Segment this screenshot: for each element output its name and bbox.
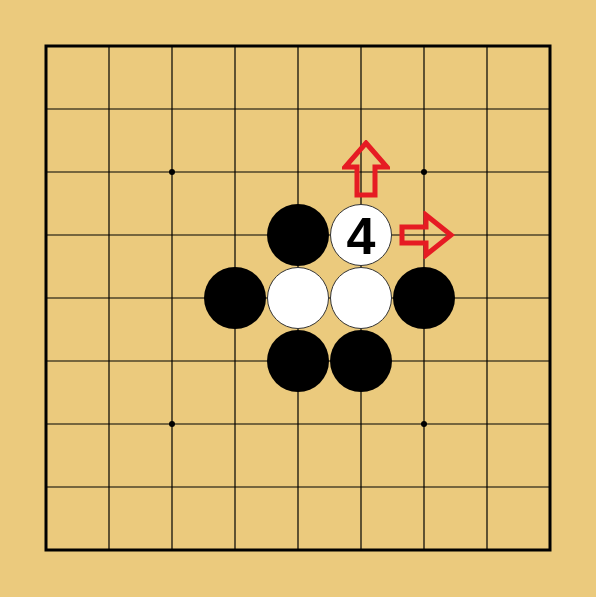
intersection[interactable]: [141, 141, 204, 204]
intersection[interactable]: [267, 78, 330, 141]
intersection[interactable]: [393, 393, 456, 456]
black-stone: [204, 267, 266, 329]
intersection[interactable]: [78, 456, 141, 519]
intersection[interactable]: [519, 519, 582, 582]
intersection[interactable]: [15, 204, 78, 267]
intersection[interactable]: [204, 393, 267, 456]
intersection[interactable]: [141, 267, 204, 330]
intersection[interactable]: [141, 204, 204, 267]
intersection[interactable]: [141, 15, 204, 78]
intersection[interactable]: [78, 78, 141, 141]
intersection[interactable]: 4: [330, 204, 393, 267]
intersection[interactable]: [15, 78, 78, 141]
intersection[interactable]: [204, 267, 267, 330]
intersection[interactable]: [204, 204, 267, 267]
right-arrow-icon: [399, 211, 455, 259]
black-stone: [393, 267, 455, 329]
intersection[interactable]: [519, 204, 582, 267]
intersection[interactable]: [393, 141, 456, 204]
intersection[interactable]: [15, 330, 78, 393]
intersection[interactable]: [456, 141, 519, 204]
intersection[interactable]: [204, 330, 267, 393]
intersection[interactable]: [456, 393, 519, 456]
intersection[interactable]: [393, 330, 456, 393]
intersection[interactable]: [204, 15, 267, 78]
intersection[interactable]: [330, 519, 393, 582]
intersection[interactable]: [330, 330, 393, 393]
intersection[interactable]: [330, 456, 393, 519]
intersection[interactable]: [393, 267, 456, 330]
intersection[interactable]: [78, 519, 141, 582]
black-stone: [330, 330, 392, 392]
intersection[interactable]: [519, 267, 582, 330]
intersection[interactable]: [330, 78, 393, 141]
intersection[interactable]: [15, 519, 78, 582]
intersection[interactable]: [456, 267, 519, 330]
intersection[interactable]: [330, 393, 393, 456]
intersection[interactable]: [78, 267, 141, 330]
intersection[interactable]: [15, 393, 78, 456]
intersection[interactable]: [267, 393, 330, 456]
intersection[interactable]: [267, 204, 330, 267]
intersection[interactable]: [267, 519, 330, 582]
intersection[interactable]: [267, 330, 330, 393]
intersection[interactable]: [141, 456, 204, 519]
intersection[interactable]: [393, 78, 456, 141]
white-stone: 4: [330, 204, 392, 266]
intersection[interactable]: [15, 267, 78, 330]
intersection[interactable]: [78, 393, 141, 456]
intersection[interactable]: [519, 393, 582, 456]
intersection[interactable]: [456, 456, 519, 519]
intersection[interactable]: [393, 15, 456, 78]
intersection[interactable]: [267, 141, 330, 204]
intersection[interactable]: [519, 141, 582, 204]
intersection[interactable]: [141, 393, 204, 456]
stones-layer: 4: [15, 15, 582, 582]
intersection[interactable]: [393, 456, 456, 519]
intersection[interactable]: [519, 456, 582, 519]
intersection[interactable]: [78, 330, 141, 393]
intersection[interactable]: [204, 141, 267, 204]
intersection[interactable]: [78, 15, 141, 78]
intersection[interactable]: [204, 519, 267, 582]
intersection[interactable]: [456, 15, 519, 78]
intersection[interactable]: [393, 519, 456, 582]
intersection[interactable]: [267, 15, 330, 78]
up-arrow-icon: [342, 140, 390, 198]
white-stone: [330, 267, 392, 329]
intersection[interactable]: [15, 456, 78, 519]
intersection[interactable]: [15, 15, 78, 78]
intersection[interactable]: [456, 78, 519, 141]
intersection[interactable]: [141, 78, 204, 141]
intersection[interactable]: [519, 78, 582, 141]
intersection[interactable]: [456, 519, 519, 582]
intersection[interactable]: [330, 267, 393, 330]
intersection[interactable]: [78, 141, 141, 204]
white-stone: [267, 267, 329, 329]
stone-label: 4: [347, 208, 376, 262]
intersection[interactable]: [204, 456, 267, 519]
go-board: 4: [0, 0, 596, 597]
intersection[interactable]: [78, 204, 141, 267]
intersection[interactable]: [267, 267, 330, 330]
intersection[interactable]: [330, 141, 393, 204]
intersection[interactable]: [456, 330, 519, 393]
intersection[interactable]: [141, 330, 204, 393]
intersection[interactable]: [519, 330, 582, 393]
intersection[interactable]: [330, 15, 393, 78]
intersection[interactable]: [141, 519, 204, 582]
intersection[interactable]: [393, 204, 456, 267]
intersection[interactable]: [456, 204, 519, 267]
intersection[interactable]: [267, 456, 330, 519]
intersection[interactable]: [519, 15, 582, 78]
intersection[interactable]: [204, 78, 267, 141]
intersection[interactable]: [15, 141, 78, 204]
black-stone: [267, 204, 329, 266]
black-stone: [267, 330, 329, 392]
